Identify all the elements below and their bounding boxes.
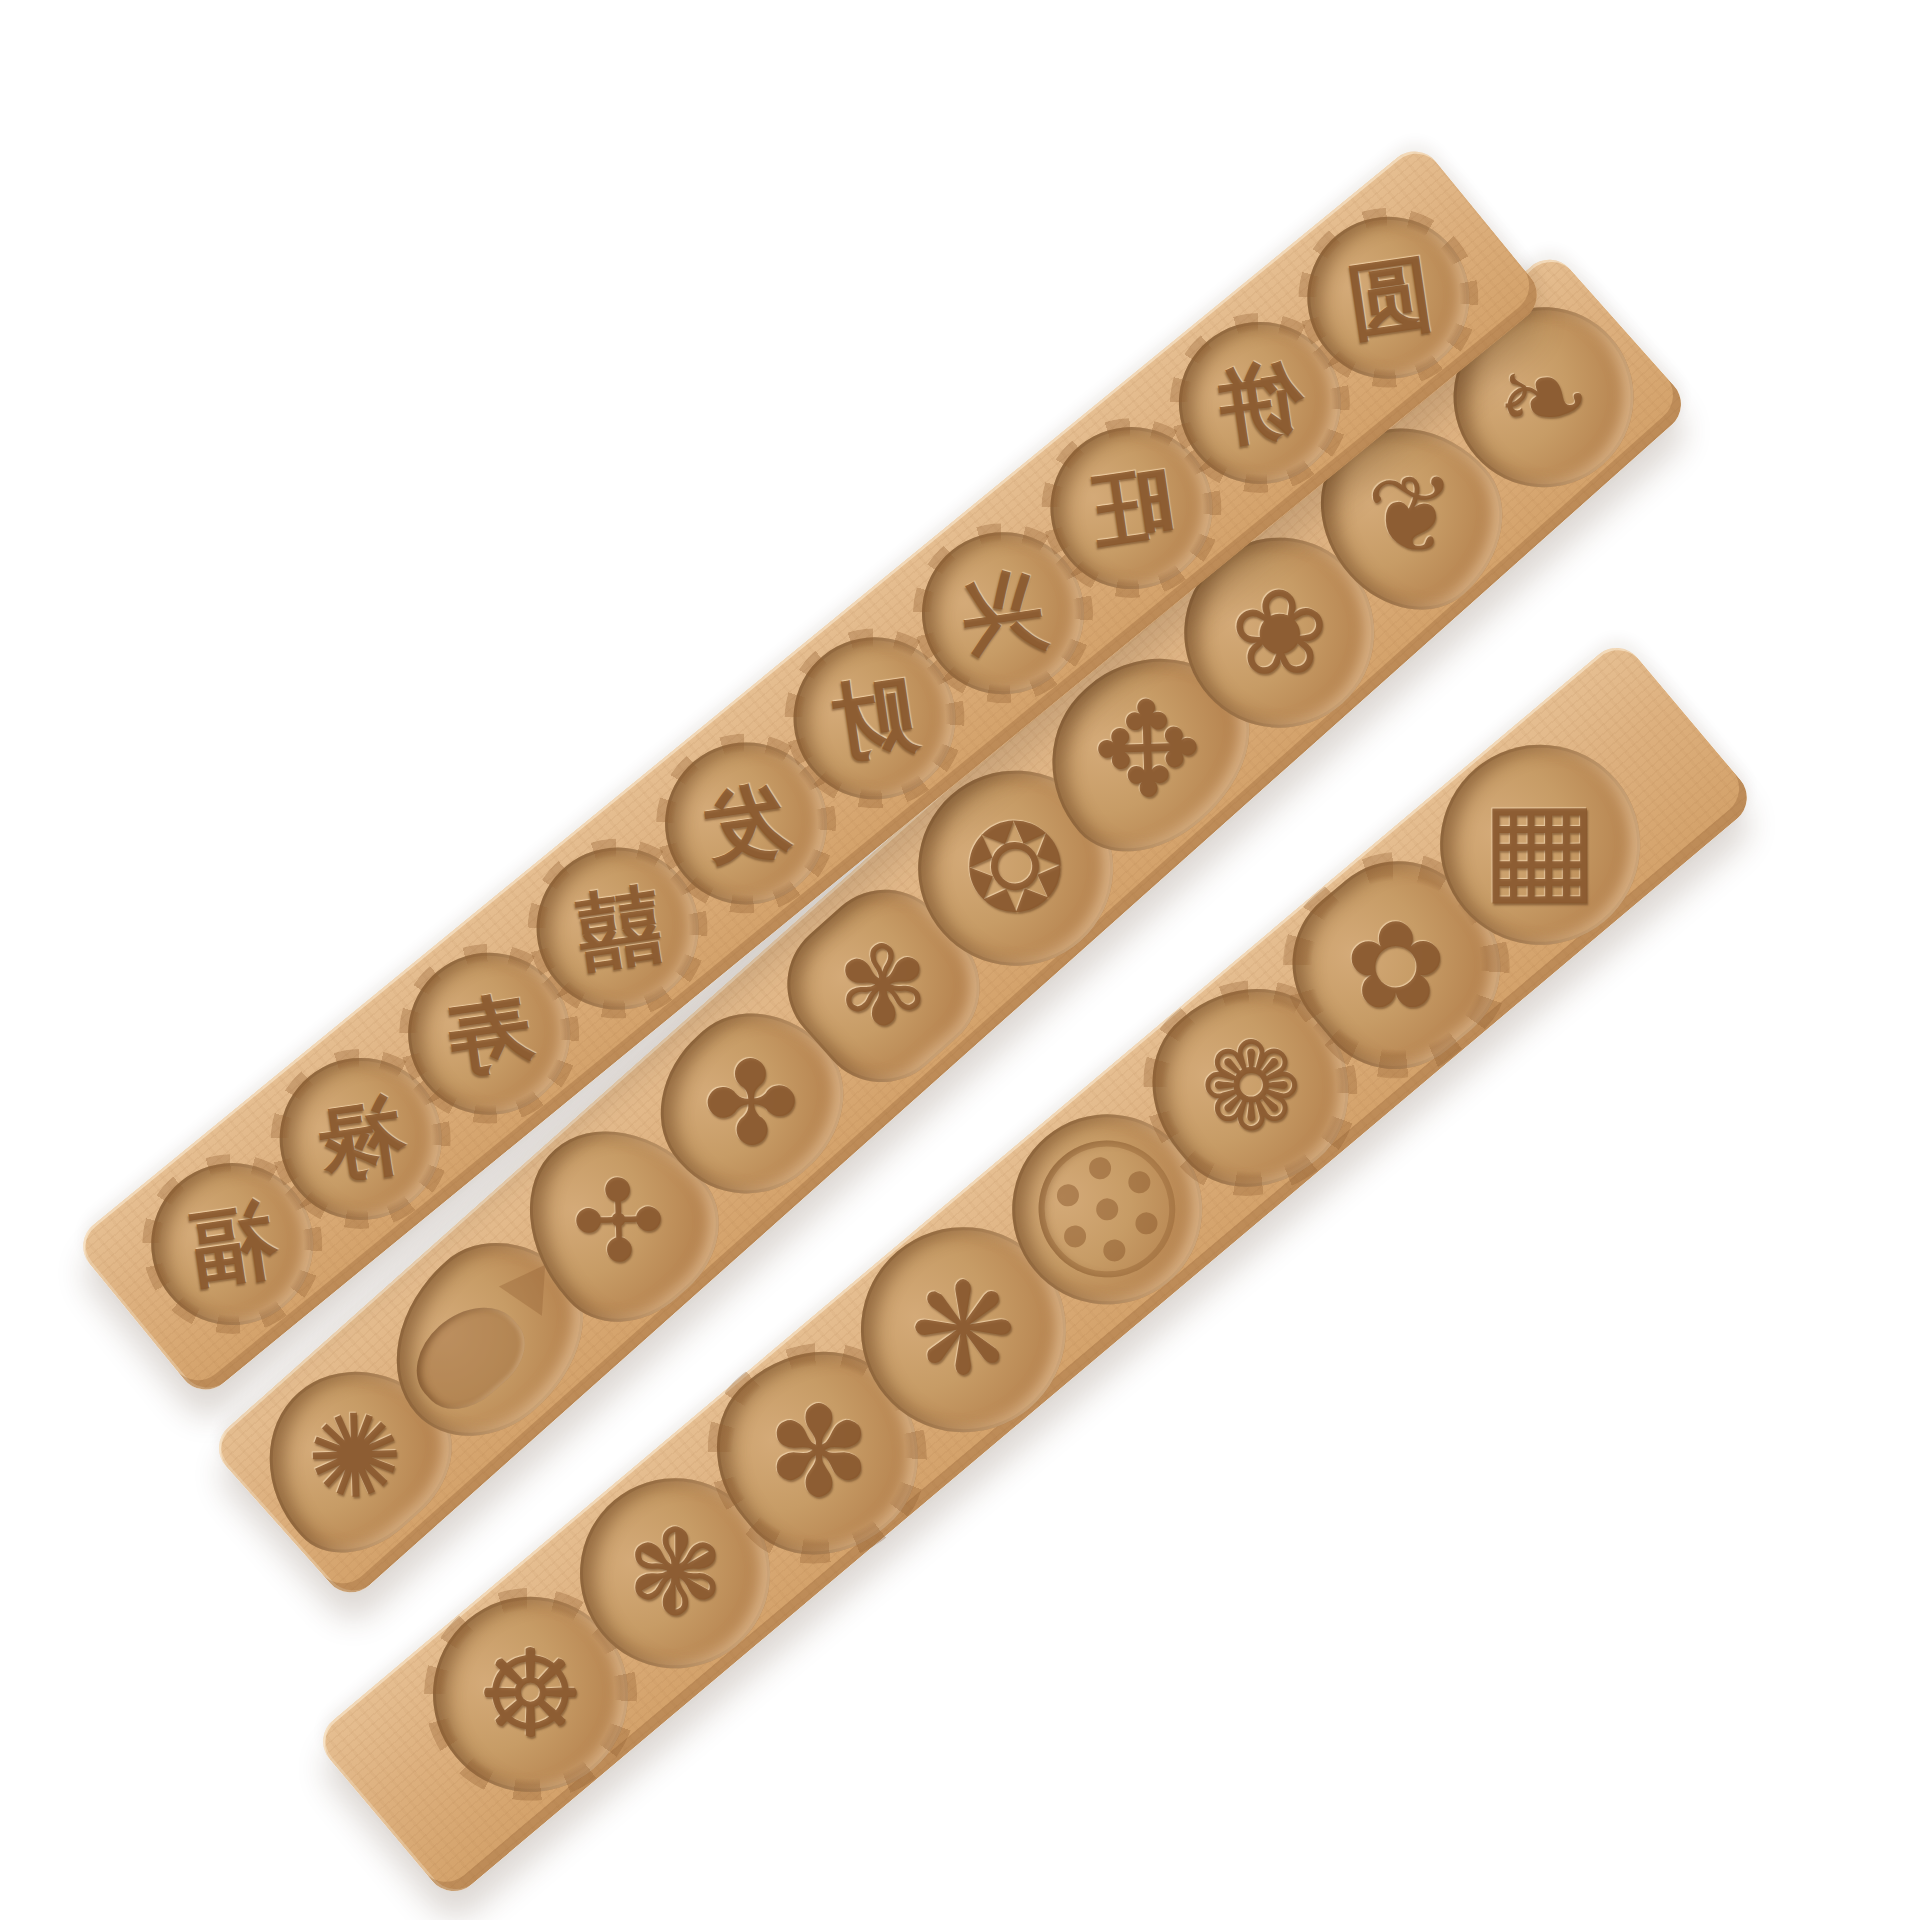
carved-motif-bow-butterfly-icon: ✥: [1091, 684, 1204, 817]
carved-character-char-fu: 福: [184, 1196, 279, 1291]
carved-motif-waffle-grid-icon: ▦: [1481, 782, 1598, 906]
carved-motif-ruffled-flower-icon: ❁: [1201, 1027, 1303, 1148]
carved-motif-tangerine-icon: ❂: [962, 806, 1067, 930]
carved-motif-plum-blossom-icon: ✿: [1345, 905, 1447, 1026]
carved-motif-flower-basket-icon: ✾: [836, 930, 931, 1042]
carved-motif-fern-bell-icon: ✣: [570, 1164, 667, 1279]
carved-motif-lotus-fan-icon: ✺: [304, 1398, 404, 1516]
carved-motif-leaf-branch-icon: ✤: [701, 1045, 801, 1163]
carved-motif-daisy-icon: ✽: [766, 1390, 870, 1514]
carved-character-char-xi: 囍: [570, 881, 665, 976]
carved-character-char-yuan: 圆: [1340, 250, 1435, 345]
carved-motif-ring-flower-icon: ❀: [1228, 572, 1330, 693]
carved-character-char-lu: 禄: [313, 1091, 408, 1186]
mold-board-1: 福禄寿囍发财兴旺饼圆: [72, 140, 1548, 1401]
carved-character-char-shou: 寿: [441, 986, 536, 1081]
carved-motif-pinwheel-icon: ❃: [625, 1514, 724, 1632]
carved-character-char-xing: 兴: [955, 565, 1050, 660]
photo-canvas: 福禄寿囍发财兴旺饼圆✺✣✤✾❂✥❀❦❧☸❃✽❋❁✿▦: [0, 0, 1920, 1920]
carved-character-char-wang: 旺: [1084, 460, 1179, 555]
carved-motif-berry-bud-icon: ❦: [1365, 460, 1458, 570]
carved-character-char-fa: 发: [698, 775, 793, 870]
carved-motif-chrysanthemum-wheel-icon: ☸: [476, 1634, 585, 1755]
carved-motif-rabbit-leaf-icon: ❧: [1495, 340, 1592, 455]
carved-character-char-bing: 饼: [1212, 355, 1307, 450]
carved-motif-dahlia-icon: ❋: [910, 1266, 1017, 1393]
carved-character-char-cai: 财: [827, 670, 922, 765]
